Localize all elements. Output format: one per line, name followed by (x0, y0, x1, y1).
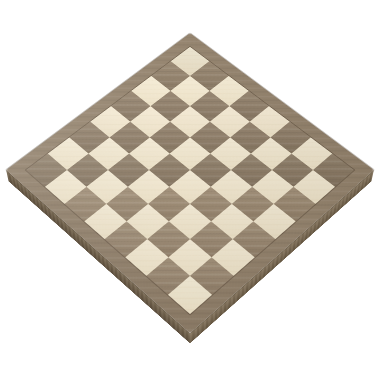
square-g5 (232, 187, 274, 222)
square-f2 (147, 221, 190, 257)
square-c2 (86, 170, 127, 204)
square-e3 (148, 187, 190, 222)
square-f3 (169, 204, 211, 239)
square-f5 (211, 170, 252, 204)
square-h1 (168, 276, 212, 314)
square-d3 (128, 170, 169, 204)
square-b1 (45, 170, 86, 204)
square-h2 (190, 257, 234, 294)
square-f1 (125, 239, 168, 276)
square-h4 (233, 221, 276, 257)
square-f4 (190, 187, 232, 222)
square-c1 (65, 187, 107, 222)
square-d1 (84, 204, 126, 239)
square-h3 (212, 239, 255, 276)
square-g4 (211, 204, 253, 239)
square-e2 (127, 204, 169, 239)
square-g3 (190, 221, 233, 257)
square-d2 (106, 187, 148, 222)
square-g1 (146, 257, 190, 294)
square-e1 (105, 221, 148, 257)
board-frame (6, 33, 374, 333)
square-g2 (168, 239, 211, 276)
square-e4 (169, 170, 210, 204)
chess-board (6, 33, 374, 333)
square-h7 (294, 170, 335, 204)
square-h6 (274, 187, 316, 222)
board-grid (26, 47, 354, 314)
square-h5 (253, 204, 295, 239)
product-photo-background (0, 0, 380, 380)
square-g6 (252, 170, 293, 204)
